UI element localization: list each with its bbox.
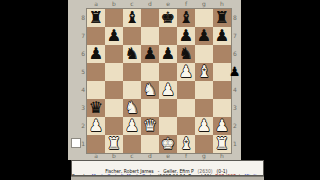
white-bishop[interactable]: ♝ bbox=[195, 63, 213, 81]
horizontal-scrollbar[interactable] bbox=[71, 176, 264, 180]
square-e4[interactable]: ♟ bbox=[159, 81, 177, 99]
square-a2[interactable]: ♟ bbox=[87, 117, 105, 135]
square-g1[interactable] bbox=[195, 135, 213, 153]
chess-gui-window: abcdefgh 87654321 87654321 ♜♝♚♝♜♟♟♟♟♟♞♟♟… bbox=[68, 0, 266, 180]
file-label-g: g bbox=[195, 152, 213, 160]
square-c8[interactable]: ♝ bbox=[123, 9, 141, 27]
square-h7[interactable]: ♟ bbox=[213, 27, 231, 45]
black-pawn[interactable]: ♟ bbox=[159, 45, 177, 63]
file-label-f: f bbox=[177, 0, 195, 8]
white-pawn[interactable]: ♟ bbox=[195, 117, 213, 135]
square-h6[interactable] bbox=[213, 45, 231, 63]
rank-label-4: 4 bbox=[231, 81, 241, 99]
square-g5[interactable]: ♝ bbox=[195, 63, 213, 81]
square-g4[interactable] bbox=[195, 81, 213, 99]
square-h4[interactable] bbox=[213, 81, 231, 99]
square-a5[interactable] bbox=[87, 63, 105, 81]
rank-label-7: 7 bbox=[231, 27, 241, 45]
black-pawn[interactable]: ♟ bbox=[195, 27, 213, 45]
square-f6[interactable]: ♞ bbox=[177, 45, 195, 63]
square-h8[interactable]: ♜ bbox=[213, 9, 231, 27]
file-label-b: b bbox=[105, 0, 123, 8]
square-d4[interactable]: ♞ bbox=[141, 81, 159, 99]
square-b2[interactable] bbox=[105, 117, 123, 135]
square-f7[interactable]: ♟ bbox=[177, 27, 195, 45]
black-bishop[interactable]: ♝ bbox=[177, 9, 195, 27]
white-pawn[interactable]: ♟ bbox=[87, 117, 105, 135]
black-pawn[interactable]: ♟ bbox=[213, 27, 231, 45]
square-h2[interactable]: ♟ bbox=[213, 117, 231, 135]
square-d8[interactable] bbox=[141, 9, 159, 27]
black-bishop[interactable]: ♝ bbox=[123, 9, 141, 27]
square-b4[interactable] bbox=[105, 81, 123, 99]
rank-label-8: 8 bbox=[231, 9, 241, 27]
rank-label-6: 6 bbox=[68, 45, 87, 63]
material-advantage-pawn-icon: ♟ bbox=[227, 63, 242, 81]
black-pawn[interactable]: ♟ bbox=[87, 45, 105, 63]
square-b8[interactable] bbox=[105, 9, 123, 27]
square-d7[interactable] bbox=[141, 27, 159, 45]
file-labels-top: abcdefgh bbox=[87, 0, 231, 8]
rank-labels-left: 87654321 bbox=[68, 9, 87, 153]
file-label-b: b bbox=[105, 152, 123, 160]
file-label-e: e bbox=[159, 0, 177, 8]
file-label-c: c bbox=[123, 152, 141, 160]
rank-label-2: 2 bbox=[231, 117, 241, 135]
white-pawn[interactable]: ♟ bbox=[159, 81, 177, 99]
white-to-move-indicator bbox=[71, 138, 81, 148]
white-rook[interactable]: ♜ bbox=[213, 135, 231, 153]
square-g7[interactable]: ♟ bbox=[195, 27, 213, 45]
square-e8[interactable]: ♚ bbox=[159, 9, 177, 27]
square-f2[interactable] bbox=[177, 117, 195, 135]
black-knight[interactable]: ♞ bbox=[123, 45, 141, 63]
square-c1[interactable] bbox=[123, 135, 141, 153]
players-line: Fischer, Robert James - Geller, Efim P (… bbox=[72, 161, 263, 166]
square-b6[interactable] bbox=[105, 45, 123, 63]
square-d5[interactable] bbox=[141, 63, 159, 81]
square-b1[interactable]: ♜ bbox=[105, 135, 123, 153]
square-e7[interactable] bbox=[159, 27, 177, 45]
square-f1[interactable]: ♝ bbox=[177, 135, 195, 153]
square-c4[interactable] bbox=[123, 81, 141, 99]
square-a1[interactable] bbox=[87, 135, 105, 153]
square-h3[interactable] bbox=[213, 99, 231, 117]
rank-label-2: 2 bbox=[68, 117, 87, 135]
white-pawn[interactable]: ♟ bbox=[177, 63, 195, 81]
rank-label-3: 3 bbox=[231, 99, 241, 117]
black-king[interactable]: ♚ bbox=[159, 9, 177, 27]
black-pawn[interactable]: ♟ bbox=[141, 45, 159, 63]
file-label-g: g bbox=[195, 0, 213, 8]
rank-label-6: 6 bbox=[231, 45, 241, 63]
rank-label-7: 7 bbox=[68, 27, 87, 45]
square-e6[interactable]: ♟ bbox=[159, 45, 177, 63]
file-label-h: h bbox=[213, 152, 231, 160]
square-e1[interactable]: ♚ bbox=[159, 135, 177, 153]
file-label-f: f bbox=[177, 152, 195, 160]
square-e5[interactable] bbox=[159, 63, 177, 81]
square-c5[interactable] bbox=[123, 63, 141, 81]
board-frame: abcdefgh 87654321 87654321 ♜♝♚♝♜♟♟♟♟♟♞♟♟… bbox=[68, 0, 241, 160]
square-g2[interactable]: ♟ bbox=[195, 117, 213, 135]
white-knight[interactable]: ♞ bbox=[123, 99, 141, 117]
file-label-c: c bbox=[123, 0, 141, 8]
file-label-a: a bbox=[87, 152, 105, 160]
square-e3[interactable] bbox=[159, 99, 177, 117]
square-c6[interactable]: ♞ bbox=[123, 45, 141, 63]
square-a8[interactable]: ♜ bbox=[87, 9, 105, 27]
square-f4[interactable] bbox=[177, 81, 195, 99]
file-label-a: a bbox=[87, 0, 105, 8]
square-c3[interactable]: ♞ bbox=[123, 99, 141, 117]
black-knight[interactable]: ♞ bbox=[177, 45, 195, 63]
white-bishop[interactable]: ♝ bbox=[177, 135, 195, 153]
rank-labels-right: 87654321 bbox=[231, 9, 241, 153]
square-d1[interactable] bbox=[141, 135, 159, 153]
rank-label-5: 5 bbox=[68, 63, 87, 81]
rank-label-8: 8 bbox=[68, 9, 87, 27]
square-f3[interactable] bbox=[177, 99, 195, 117]
square-g8[interactable] bbox=[195, 9, 213, 27]
square-f8[interactable]: ♝ bbox=[177, 9, 195, 27]
black-pawn[interactable]: ♟ bbox=[177, 27, 195, 45]
square-a4[interactable] bbox=[87, 81, 105, 99]
white-pawn[interactable]: ♟ bbox=[213, 117, 231, 135]
square-e2[interactable] bbox=[159, 117, 177, 135]
white-queen[interactable]: ♛ bbox=[141, 117, 159, 135]
square-b3[interactable] bbox=[105, 99, 123, 117]
rank-label-1: 1 bbox=[231, 135, 241, 153]
file-label-d: d bbox=[141, 0, 159, 8]
black-rook[interactable]: ♜ bbox=[213, 9, 231, 27]
black-pawn[interactable]: ♟ bbox=[105, 27, 123, 45]
square-b5[interactable] bbox=[105, 63, 123, 81]
square-c2[interactable]: ♟ bbox=[123, 117, 141, 135]
rank-label-4: 4 bbox=[68, 81, 87, 99]
square-a3[interactable]: ♛ bbox=[87, 99, 105, 117]
chess-board[interactable]: ♜♝♚♝♜♟♟♟♟♟♞♟♟♞♟♝♞♟♛♞♟♟♛♟♟♜♚♝♜ bbox=[87, 9, 231, 153]
black-rook[interactable]: ♜ bbox=[87, 9, 105, 27]
square-d3[interactable] bbox=[141, 99, 159, 117]
square-d6[interactable]: ♟ bbox=[141, 45, 159, 63]
file-label-e: e bbox=[159, 152, 177, 160]
white-knight[interactable]: ♞ bbox=[141, 81, 159, 99]
square-f5[interactable]: ♟ bbox=[177, 63, 195, 81]
white-king[interactable]: ♚ bbox=[159, 135, 177, 153]
square-a6[interactable]: ♟ bbox=[87, 45, 105, 63]
square-h1[interactable]: ♜ bbox=[213, 135, 231, 153]
file-labels-bottom: abcdefgh bbox=[87, 152, 231, 160]
rank-label-3: 3 bbox=[68, 99, 87, 117]
square-b7[interactable]: ♟ bbox=[105, 27, 123, 45]
game-info-panel: Fischer, Robert James - Geller, Efim P (… bbox=[71, 160, 264, 176]
square-g3[interactable] bbox=[195, 99, 213, 117]
square-d2[interactable]: ♛ bbox=[141, 117, 159, 135]
file-label-d: d bbox=[141, 152, 159, 160]
white-rook[interactable]: ♜ bbox=[105, 135, 123, 153]
square-a7[interactable] bbox=[87, 27, 105, 45]
square-c7[interactable] bbox=[123, 27, 141, 45]
white-pawn[interactable]: ♟ bbox=[123, 117, 141, 135]
square-g6[interactable] bbox=[195, 45, 213, 63]
black-queen[interactable]: ♛ bbox=[87, 99, 105, 117]
file-label-h: h bbox=[213, 0, 231, 8]
